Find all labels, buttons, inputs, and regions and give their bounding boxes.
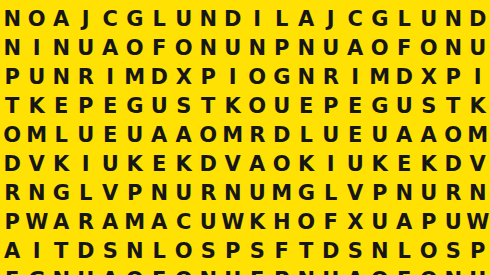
grid-cell-r10c8[interactable]: O — [172, 266, 197, 275]
grid-cell-r1c14[interactable]: J — [319, 5, 344, 34]
grid-cell-r1c20[interactable]: D — [466, 5, 490, 34]
grid-cell-r7c7[interactable]: N — [147, 179, 172, 208]
grid-cell-r2c9[interactable]: N — [196, 34, 221, 63]
grid-cell-r3c12[interactable]: G — [270, 63, 295, 92]
grid-cell-r9c14[interactable]: D — [319, 237, 344, 266]
grid-cell-r10c11[interactable]: E — [245, 266, 270, 275]
grid-cell-r5c4[interactable]: U — [74, 121, 99, 150]
grid-cell-r3c5[interactable]: I — [98, 63, 123, 92]
grid-cell-r7c6[interactable]: P — [123, 179, 148, 208]
grid-cell-r8c1[interactable]: P — [0, 208, 25, 237]
grid-cell-r2c4[interactable]: U — [74, 34, 99, 63]
grid-cell-r4c5[interactable]: E — [98, 92, 123, 121]
grid-cell-r8c19[interactable]: U — [441, 208, 466, 237]
grid-cell-r3c17[interactable]: D — [392, 63, 417, 92]
grid-cell-r5c9[interactable]: O — [196, 121, 221, 150]
grid-cell-r8c13[interactable]: O — [294, 208, 319, 237]
grid-cell-r1c3[interactable]: A — [49, 5, 74, 34]
grid-cell-r2c17[interactable]: F — [392, 34, 417, 63]
grid-cell-r4c8[interactable]: S — [172, 92, 197, 121]
grid-cell-r3c16[interactable]: M — [368, 63, 393, 92]
grid-cell-r3c15[interactable]: I — [343, 63, 368, 92]
grid-cell-r3c7[interactable]: D — [147, 63, 172, 92]
grid-cell-r9c1[interactable]: A — [0, 237, 25, 266]
grid-cell-r9c7[interactable]: L — [147, 237, 172, 266]
grid-cell-r8c16[interactable]: U — [368, 208, 393, 237]
grid-cell-r10c17[interactable]: F — [392, 266, 417, 275]
grid-cell-r9c20[interactable]: P — [466, 237, 490, 266]
grid-cell-r9c12[interactable]: F — [270, 237, 295, 266]
grid-cell-r7c20[interactable]: N — [466, 179, 490, 208]
grid-cell-r4c11[interactable]: O — [245, 92, 270, 121]
grid-cell-r3c9[interactable]: P — [196, 63, 221, 92]
grid-cell-r4c14[interactable]: P — [319, 92, 344, 121]
grid-cell-r6c1[interactable]: D — [0, 150, 25, 179]
grid-cell-r2c5[interactable]: A — [98, 34, 123, 63]
grid-cell-r5c3[interactable]: L — [49, 121, 74, 150]
grid-cell-r5c15[interactable]: E — [343, 121, 368, 150]
grid-cell-r4c10[interactable]: K — [221, 92, 246, 121]
grid-cell-r10c14[interactable]: U — [319, 266, 344, 275]
grid-cell-r7c4[interactable]: L — [74, 179, 99, 208]
grid-cell-r7c3[interactable]: G — [49, 179, 74, 208]
grid-cell-r5c17[interactable]: A — [392, 121, 417, 150]
grid-cell-r6c9[interactable]: D — [196, 150, 221, 179]
grid-cell-r8c8[interactable]: C — [172, 208, 197, 237]
grid-cell-r10c12[interactable]: P — [270, 266, 295, 275]
grid-cell-r9c19[interactable]: S — [441, 237, 466, 266]
grid-cell-r6c16[interactable]: K — [368, 150, 393, 179]
grid-cell-r3c18[interactable]: X — [417, 63, 442, 92]
grid-cell-r6c10[interactable]: V — [221, 150, 246, 179]
grid-cell-r5c16[interactable]: U — [368, 121, 393, 150]
grid-cell-r8c5[interactable]: A — [98, 208, 123, 237]
grid-cell-r9c3[interactable]: T — [49, 237, 74, 266]
grid-cell-r4c2[interactable]: K — [25, 92, 50, 121]
grid-cell-r1c9[interactable]: N — [196, 5, 221, 34]
grid-cell-r10c18[interactable]: O — [417, 266, 442, 275]
grid-cell-r7c5[interactable]: V — [98, 179, 123, 208]
grid-cell-r9c13[interactable]: T — [294, 237, 319, 266]
grid-cell-r1c5[interactable]: C — [98, 5, 123, 34]
grid-cell-r3c8[interactable]: X — [172, 63, 197, 92]
grid-cell-r1c17[interactable]: L — [392, 5, 417, 34]
grid-cell-r1c18[interactable]: U — [417, 5, 442, 34]
grid-cell-r2c20[interactable]: U — [466, 34, 490, 63]
grid-cell-r5c19[interactable]: O — [441, 121, 466, 150]
grid-cell-r6c2[interactable]: V — [25, 150, 50, 179]
grid-cell-r8c12[interactable]: H — [270, 208, 295, 237]
grid-cell-r2c16[interactable]: O — [368, 34, 393, 63]
grid-cell-r10c16[interactable]: O — [368, 266, 393, 275]
grid-cell-r2c1[interactable]: N — [0, 34, 25, 63]
grid-cell-r10c6[interactable]: O — [123, 266, 148, 275]
grid-cell-r8c14[interactable]: F — [319, 208, 344, 237]
grid-cell-r10c13[interactable]: N — [294, 266, 319, 275]
grid-cell-r9c10[interactable]: P — [221, 237, 246, 266]
grid-cell-r10c19[interactable]: N — [441, 266, 466, 275]
grid-cell-r4c12[interactable]: U — [270, 92, 295, 121]
grid-cell-r9c4[interactable]: D — [74, 237, 99, 266]
grid-cell-r5c2[interactable]: M — [25, 121, 50, 150]
grid-cell-r3c1[interactable]: P — [0, 63, 25, 92]
grid-cell-r4c13[interactable]: E — [294, 92, 319, 121]
grid-cell-r3c11[interactable]: O — [245, 63, 270, 92]
grid-cell-r3c13[interactable]: N — [294, 63, 319, 92]
grid-cell-r2c14[interactable]: U — [319, 34, 344, 63]
grid-cell-r6c14[interactable]: I — [319, 150, 344, 179]
grid-cell-r5c11[interactable]: R — [245, 121, 270, 150]
grid-cell-r6c19[interactable]: D — [441, 150, 466, 179]
grid-cell-r1c13[interactable]: A — [294, 5, 319, 34]
grid-cell-r6c18[interactable]: K — [417, 150, 442, 179]
grid-cell-r9c17[interactable]: L — [392, 237, 417, 266]
grid-cell-r10c9[interactable]: N — [196, 266, 221, 275]
grid-cell-r7c19[interactable]: R — [441, 179, 466, 208]
grid-cell-r10c1[interactable]: E — [0, 266, 25, 275]
grid-cell-r3c2[interactable]: U — [25, 63, 50, 92]
grid-cell-r8c3[interactable]: A — [49, 208, 74, 237]
grid-cell-r5c1[interactable]: O — [0, 121, 25, 150]
grid-cell-r10c15[interactable]: A — [343, 266, 368, 275]
grid-cell-r4c18[interactable]: S — [417, 92, 442, 121]
grid-cell-r10c2[interactable]: G — [25, 266, 50, 275]
grid-cell-r6c6[interactable]: K — [123, 150, 148, 179]
grid-cell-r6c4[interactable]: I — [74, 150, 99, 179]
grid-cell-r1c10[interactable]: D — [221, 5, 246, 34]
grid-cell-r7c2[interactable]: N — [25, 179, 50, 208]
grid-cell-r9c16[interactable]: N — [368, 237, 393, 266]
grid-cell-r1c6[interactable]: G — [123, 5, 148, 34]
grid-cell-r4c16[interactable]: G — [368, 92, 393, 121]
grid-cell-r9c9[interactable]: S — [196, 237, 221, 266]
grid-cell-r6c12[interactable]: O — [270, 150, 295, 179]
grid-cell-r2c3[interactable]: N — [49, 34, 74, 63]
grid-cell-r8c9[interactable]: U — [196, 208, 221, 237]
grid-cell-r5c18[interactable]: A — [417, 121, 442, 150]
grid-cell-r7c12[interactable]: M — [270, 179, 295, 208]
grid-cell-r5c13[interactable]: L — [294, 121, 319, 150]
grid-cell-r4c1[interactable]: T — [0, 92, 25, 121]
grid-cell-r3c20[interactable]: I — [466, 63, 490, 92]
grid-cell-r1c12[interactable]: L — [270, 5, 295, 34]
grid-cell-r3c4[interactable]: R — [74, 63, 99, 92]
grid-cell-r2c13[interactable]: N — [294, 34, 319, 63]
grid-cell-r4c17[interactable]: U — [392, 92, 417, 121]
grid-cell-r4c20[interactable]: K — [466, 92, 490, 121]
grid-cell-r6c20[interactable]: V — [466, 150, 490, 179]
grid-cell-r1c15[interactable]: C — [343, 5, 368, 34]
grid-cell-r3c6[interactable]: M — [123, 63, 148, 92]
grid-cell-r9c15[interactable]: S — [343, 237, 368, 266]
grid-cell-r10c10[interactable]: U — [221, 266, 246, 275]
grid-cell-r9c18[interactable]: O — [417, 237, 442, 266]
grid-cell-r7c8[interactable]: U — [172, 179, 197, 208]
grid-cell-r2c18[interactable]: O — [417, 34, 442, 63]
grid-cell-r4c7[interactable]: U — [147, 92, 172, 121]
grid-cell-r1c4[interactable]: J — [74, 5, 99, 34]
grid-cell-r2c2[interactable]: I — [25, 34, 50, 63]
grid-cell-r8c4[interactable]: R — [74, 208, 99, 237]
grid-cell-r1c19[interactable]: N — [441, 5, 466, 34]
grid-cell-r4c3[interactable]: E — [49, 92, 74, 121]
grid-cell-r5c6[interactable]: U — [123, 121, 148, 150]
grid-cell-r3c10[interactable]: I — [221, 63, 246, 92]
grid-cell-r2c19[interactable]: N — [441, 34, 466, 63]
grid-cell-r6c15[interactable]: U — [343, 150, 368, 179]
grid-cell-r8c15[interactable]: X — [343, 208, 368, 237]
grid-cell-r5c12[interactable]: D — [270, 121, 295, 150]
grid-cell-r10c5[interactable]: A — [98, 266, 123, 275]
grid-cell-r9c8[interactable]: O — [172, 237, 197, 266]
grid-cell-r8c17[interactable]: A — [392, 208, 417, 237]
grid-cell-r2c12[interactable]: P — [270, 34, 295, 63]
grid-cell-r8c18[interactable]: P — [417, 208, 442, 237]
grid-cell-r3c19[interactable]: P — [441, 63, 466, 92]
grid-cell-r5c20[interactable]: M — [466, 121, 490, 150]
grid-cell-r7c13[interactable]: G — [294, 179, 319, 208]
grid-cell-r10c4[interactable]: U — [74, 266, 99, 275]
grid-cell-r4c4[interactable]: P — [74, 92, 99, 121]
grid-cell-r8c6[interactable]: M — [123, 208, 148, 237]
grid-cell-r1c8[interactable]: U — [172, 5, 197, 34]
grid-cell-r6c3[interactable]: K — [49, 150, 74, 179]
grid-cell-r10c7[interactable]: F — [147, 266, 172, 275]
grid-cell-r7c17[interactable]: N — [392, 179, 417, 208]
grid-cell-r1c1[interactable]: N — [0, 5, 25, 34]
grid-cell-r7c15[interactable]: V — [343, 179, 368, 208]
grid-cell-r1c2[interactable]: O — [25, 5, 50, 34]
grid-cell-r2c11[interactable]: N — [245, 34, 270, 63]
grid-cell-r5c14[interactable]: U — [319, 121, 344, 150]
grid-cell-r1c16[interactable]: G — [368, 5, 393, 34]
grid-cell-r3c3[interactable]: N — [49, 63, 74, 92]
grid-cell-r3c14[interactable]: R — [319, 63, 344, 92]
grid-cell-r6c8[interactable]: K — [172, 150, 197, 179]
word-search-grid: NOAJCGLUNDILAJCGLUNDNINUAOFONUNPNUAOFONU… — [0, 0, 490, 275]
grid-cell-r6c7[interactable]: E — [147, 150, 172, 179]
grid-cell-r7c16[interactable]: P — [368, 179, 393, 208]
grid-cell-r5c7[interactable]: A — [147, 121, 172, 150]
grid-cell-r9c11[interactable]: S — [245, 237, 270, 266]
grid-cell-r8c2[interactable]: W — [25, 208, 50, 237]
grid-cell-r8c11[interactable]: K — [245, 208, 270, 237]
grid-cell-r6c5[interactable]: U — [98, 150, 123, 179]
grid-cell-r4c15[interactable]: E — [343, 92, 368, 121]
grid-cell-r1c11[interactable]: I — [245, 5, 270, 34]
grid-cell-r10c20[interactable]: U — [466, 266, 490, 275]
grid-cell-r5c5[interactable]: E — [98, 121, 123, 150]
grid-cell-r8c20[interactable]: W — [466, 208, 490, 237]
grid-cell-r2c8[interactable]: O — [172, 34, 197, 63]
grid-cell-r7c1[interactable]: R — [0, 179, 25, 208]
grid-cell-r4c6[interactable]: G — [123, 92, 148, 121]
grid-cell-r7c10[interactable]: N — [221, 179, 246, 208]
grid-cell-r2c6[interactable]: O — [123, 34, 148, 63]
grid-cell-r6c17[interactable]: E — [392, 150, 417, 179]
grid-cell-r9c5[interactable]: S — [98, 237, 123, 266]
grid-cell-r1c7[interactable]: L — [147, 5, 172, 34]
grid-cell-r2c15[interactable]: A — [343, 34, 368, 63]
grid-cell-r7c18[interactable]: U — [417, 179, 442, 208]
grid-cell-r2c10[interactable]: U — [221, 34, 246, 63]
grid-cell-r2c7[interactable]: F — [147, 34, 172, 63]
grid-cell-r7c9[interactable]: R — [196, 179, 221, 208]
grid-cell-r9c6[interactable]: N — [123, 237, 148, 266]
grid-cell-r8c7[interactable]: A — [147, 208, 172, 237]
grid-cell-r4c19[interactable]: T — [441, 92, 466, 121]
grid-cell-r6c13[interactable]: K — [294, 150, 319, 179]
grid-cell-r9c2[interactable]: I — [25, 237, 50, 266]
grid-cell-r7c14[interactable]: L — [319, 179, 344, 208]
grid-cell-r4c9[interactable]: T — [196, 92, 221, 121]
grid-cell-r10c3[interactable]: N — [49, 266, 74, 275]
grid-cell-r8c10[interactable]: W — [221, 208, 246, 237]
grid-cell-r5c8[interactable]: A — [172, 121, 197, 150]
grid-cell-r6c11[interactable]: A — [245, 150, 270, 179]
grid-cell-r5c10[interactable]: M — [221, 121, 246, 150]
grid-cell-r7c11[interactable]: U — [245, 179, 270, 208]
